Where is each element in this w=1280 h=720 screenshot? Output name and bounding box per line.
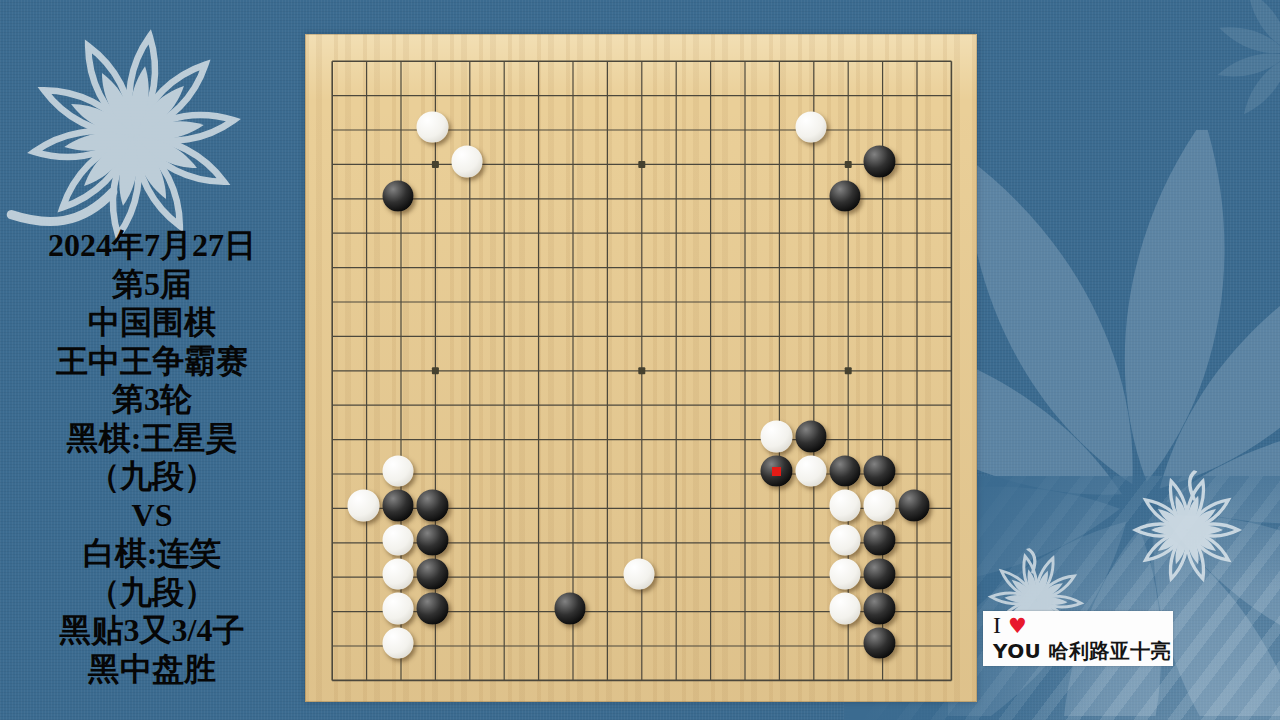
stone-grid	[315, 44, 969, 698]
stone-white-B6[interactable]	[348, 490, 380, 522]
stone-white-D17[interactable]	[417, 111, 449, 143]
stone-white-E16[interactable]	[451, 146, 483, 178]
info-line: 第5届	[0, 265, 304, 304]
stone-black-D5[interactable]	[417, 524, 449, 556]
stone-white-C2[interactable]	[382, 627, 414, 659]
info-line: （九段）	[0, 457, 304, 496]
heart-icon: ♥	[1008, 614, 1027, 638]
stone-white-Q4[interactable]	[829, 558, 861, 590]
info-line: VS	[0, 496, 304, 535]
go-board[interactable]	[305, 34, 977, 702]
stone-black-O7[interactable]	[761, 455, 793, 487]
stone-white-P17[interactable]	[795, 111, 827, 143]
stone-white-R6[interactable]	[864, 490, 896, 522]
info-line: 白棋:连笑	[0, 534, 304, 573]
stone-black-R3[interactable]	[864, 593, 896, 625]
stone-black-S6[interactable]	[898, 490, 930, 522]
watermark-badge: I♥ YOU 哈利路亚十亮	[983, 611, 1173, 666]
stone-white-O8[interactable]	[761, 421, 793, 453]
info-line: 第3轮	[0, 380, 304, 419]
stone-black-H3[interactable]	[554, 593, 586, 625]
stone-black-R4[interactable]	[864, 558, 896, 590]
stage: 2024年7月27日第5届中国围棋王中王争霸赛第3轮黑棋:王星昊（九段）VS白棋…	[0, 0, 1280, 720]
stone-black-C6[interactable]	[382, 490, 414, 522]
info-line: 王中王争霸赛	[0, 342, 304, 381]
stone-white-P7[interactable]	[795, 455, 827, 487]
stone-black-D6[interactable]	[417, 490, 449, 522]
stone-black-D3[interactable]	[417, 593, 449, 625]
stone-white-C5[interactable]	[382, 524, 414, 556]
stone-black-R2[interactable]	[864, 627, 896, 659]
stone-black-R7[interactable]	[864, 455, 896, 487]
info-line: 黑贴3又3/4子	[0, 611, 304, 650]
info-line: （九段）	[0, 573, 304, 612]
stone-white-Q6[interactable]	[829, 490, 861, 522]
info-panel: 2024年7月27日第5届中国围棋王中王争霸赛第3轮黑棋:王星昊（九段）VS白棋…	[0, 226, 304, 688]
stone-black-Q7[interactable]	[829, 455, 861, 487]
badge-i: I	[993, 612, 1001, 638]
stone-white-Q3[interactable]	[829, 593, 861, 625]
stone-white-C7[interactable]	[382, 455, 414, 487]
stone-black-C15[interactable]	[382, 180, 414, 212]
badge-line2: YOU 哈利路亚十亮	[993, 639, 1173, 664]
stone-black-R5[interactable]	[864, 524, 896, 556]
stone-white-K4[interactable]	[623, 558, 655, 590]
last-move-marker	[772, 467, 781, 476]
stone-white-C4[interactable]	[382, 558, 414, 590]
info-line: 黑棋:王星昊	[0, 419, 304, 458]
stone-black-Q15[interactable]	[829, 180, 861, 212]
info-line: 中国围棋	[0, 303, 304, 342]
stone-black-D4[interactable]	[417, 558, 449, 590]
badge-line1: I♥	[993, 613, 1173, 639]
stone-black-R16[interactable]	[864, 146, 896, 178]
info-line: 2024年7月27日	[0, 226, 304, 265]
stone-black-P8[interactable]	[795, 421, 827, 453]
info-line: 黑中盘胜	[0, 650, 304, 689]
stone-white-Q5[interactable]	[829, 524, 861, 556]
stone-white-C3[interactable]	[382, 593, 414, 625]
